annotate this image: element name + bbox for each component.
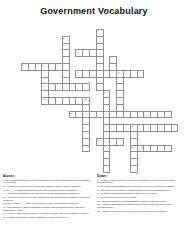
clue-item: 3. The constitutional power of the Presi… — [3, 179, 91, 184]
clue-number: 9 — [43, 85, 44, 87]
across-section: Across 3. The constitutional power of th… — [3, 174, 91, 243]
clue-item: 11. An official elected to the upper cha… — [3, 196, 91, 201]
clue-number: 2 — [63, 37, 64, 39]
grid-cell[interactable] — [116, 138, 124, 146]
grid-cell[interactable] — [137, 70, 145, 78]
clue-number: 3 — [77, 51, 78, 53]
grid-cell[interactable] — [130, 165, 138, 173]
clue-number: 14 — [104, 125, 107, 127]
grid-cell[interactable] — [103, 165, 111, 173]
clue-item: 10. The supreme law of the United States… — [97, 200, 185, 203]
clue-item: 7. The ___ of powers divides the federal… — [3, 189, 91, 192]
across-clues: 3. The constitutional power of the Presi… — [3, 179, 91, 219]
clue-item: 2. The bicameral legislature of the Fede… — [97, 185, 185, 188]
clue-number: 5 — [22, 64, 23, 66]
down-section: Down 1. A system of government by the wh… — [97, 174, 185, 243]
clue-item: 4. Abbreviation for the federal republic… — [97, 189, 185, 192]
clue-item: 12. A state in which supreme power is he… — [97, 203, 185, 208]
clue-number: 17 — [131, 146, 134, 148]
grid-cell[interactable] — [82, 83, 90, 91]
down-header: Down — [97, 174, 185, 178]
page: { "game": "crossword", "title": "Governm… — [0, 0, 188, 243]
grid-cell[interactable] — [164, 111, 172, 119]
clue-item: 6. An official count of the population, … — [97, 192, 185, 195]
clue-item: 13. The House of ___ is the lower chambe… — [3, 202, 91, 205]
clue-number: 11 — [43, 98, 45, 100]
crossword-grid: 1234567891011121314151617 — [21, 29, 181, 175]
clue-number: 4 — [111, 57, 112, 59]
grid-cell[interactable] — [164, 145, 172, 153]
clue-item: 17. To make changes to a law or institut… — [3, 216, 91, 219]
clue-item: 1. A system of government by the whole p… — [97, 179, 185, 184]
across-header: Across — [3, 174, 91, 178]
clue-number: 15 — [131, 125, 134, 127]
clue-item: 16. A body of citizens sworn to give a v… — [3, 212, 91, 215]
clue-number: 13 — [70, 112, 73, 114]
puzzle-title: Government Vocabulary — [0, 6, 188, 16]
clue-number: 7 — [77, 71, 78, 73]
down-clues: 1. A system of government by the whole p… — [97, 179, 185, 213]
clue-item: 15. A state of disorder due to the absen… — [97, 210, 185, 213]
clue-item: 14. The process by which a legislature b… — [3, 206, 91, 211]
clue-number: 6 — [43, 64, 44, 66]
clue-number: 10 — [104, 91, 107, 93]
clue-item: 8. The crime of betraying one's country — [97, 196, 185, 199]
clue-item: 9. A meeting of a legislative or judicia… — [3, 192, 91, 195]
clue-number: 16 — [97, 139, 100, 141]
grid-cell[interactable] — [171, 124, 179, 132]
clue-number: 1 — [97, 30, 98, 32]
grid-cell[interactable] — [82, 145, 90, 153]
clue-item: 5. A member of the Electoral College who… — [3, 185, 91, 188]
clue-number: 12 — [84, 98, 87, 100]
clue-number: 8 — [118, 71, 119, 73]
